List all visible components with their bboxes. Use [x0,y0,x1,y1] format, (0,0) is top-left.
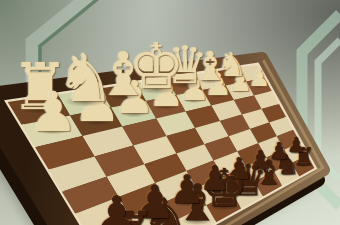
piece-black-pawn-h7[interactable]: ♟ [92,191,141,225]
piece-white-pawn-h2[interactable]: ♟ [29,84,78,139]
chess-pieces-layer: ♜♞♝♛♚♝♞♜♟♟♟♟♟♟♟♟♟♟♟♟♟♟♟♟♞♝♛♚♝♞♜ [0,0,340,225]
chess-photo-scene: ♜♞♝♛♚♝♞♜♟♟♟♟♟♟♟♟♟♟♟♟♟♟♟♟♞♝♛♚♝♞♜ [0,0,340,225]
